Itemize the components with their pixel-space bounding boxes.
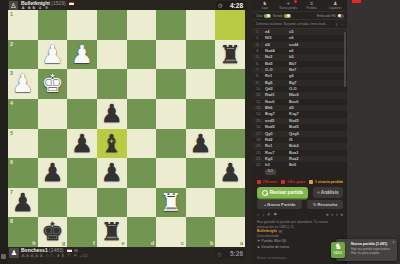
rank-label-5: 5 bbox=[10, 130, 13, 136]
bottom-player-clock: ◷ 5:26 bbox=[215, 249, 246, 259]
square-c5[interactable] bbox=[156, 129, 186, 159]
file-label-b: b bbox=[210, 240, 213, 246]
chat-toggle-label: Chat bbox=[256, 14, 263, 18]
square-d6[interactable] bbox=[127, 158, 157, 188]
clock-icon: ◷ bbox=[218, 1, 222, 10]
square-e2[interactable] bbox=[97, 40, 127, 70]
square-b1[interactable] bbox=[186, 10, 216, 40]
file-label-d: d bbox=[151, 240, 154, 246]
piece-black-pawn: ♟ bbox=[215, 158, 245, 188]
summary-badge-icon bbox=[309, 180, 313, 184]
square-e5[interactable]: ♝ bbox=[97, 129, 127, 159]
square-h1[interactable]: 1 bbox=[8, 10, 38, 40]
file-label-f: f bbox=[93, 240, 95, 246]
top-player-rating: (1519) bbox=[51, 0, 65, 6]
square-b5[interactable]: ♟ bbox=[186, 129, 216, 159]
chat-toggle-switch[interactable] bbox=[264, 14, 271, 18]
white-move[interactable]: h3 bbox=[265, 162, 289, 168]
last-move-button[interactable]: » bbox=[340, 212, 343, 217]
share-icons: ↕ ↓ ≡ ⚑ bbox=[257, 212, 277, 217]
rank-label-2: 2 bbox=[10, 41, 13, 47]
new-game-button[interactable]: +Nueva Partida bbox=[257, 200, 302, 209]
square-g4[interactable] bbox=[38, 99, 68, 129]
corner-settings-icon[interactable] bbox=[1, 254, 6, 259]
square-f1[interactable] bbox=[67, 10, 97, 40]
players-tab-label: Jugadores bbox=[324, 6, 348, 10]
square-a8[interactable]: a bbox=[215, 217, 245, 247]
square-a4[interactable] bbox=[215, 99, 245, 129]
chat-option-text: Desafiar de nuevo bbox=[262, 245, 290, 249]
game-summary-row: 2 Errores1 Err. grave1 victoria perdida bbox=[253, 178, 347, 185]
square-f7[interactable] bbox=[67, 188, 97, 218]
share-icon[interactable]: ≡ bbox=[268, 212, 271, 217]
tab-new-game[interactable]: + Nueva partida bbox=[277, 0, 301, 11]
piece-black-rook: ♜ bbox=[215, 40, 245, 70]
review-button-row: Revisar partida ≡Análisis bbox=[253, 185, 347, 198]
square-g8[interactable]: g♚ bbox=[38, 217, 68, 247]
material-advantage: +12 bbox=[80, 253, 88, 258]
piece-black-pawn: ♟ bbox=[97, 99, 127, 129]
focus-toggle-label: Enfocado HD bbox=[317, 14, 336, 18]
square-e8[interactable]: e♜ bbox=[97, 217, 127, 247]
square-g6[interactable]: ♟ bbox=[38, 158, 68, 188]
square-c2[interactable] bbox=[156, 40, 186, 70]
file-label-h: h bbox=[32, 240, 35, 246]
top-player-avatar[interactable]: ♙ bbox=[9, 1, 18, 10]
new-game-tab-label: Nueva partida bbox=[277, 6, 301, 10]
play-tab-label: Jugar bbox=[253, 6, 277, 10]
sidebar: ♞ Jugar + Nueva partida ≡ Partidas ♟ Jug… bbox=[253, 0, 347, 264]
bottom-player-badge-icon bbox=[74, 249, 78, 252]
toast-avatar-name: SASO bbox=[331, 252, 345, 255]
file-label-g: g bbox=[62, 240, 65, 246]
rematch-icon: ↻ bbox=[313, 202, 317, 207]
piece-white-pawn: ♟ bbox=[67, 40, 97, 70]
square-c6[interactable] bbox=[156, 158, 186, 188]
square-h5[interactable]: 5 bbox=[8, 129, 38, 159]
piece-black-pawn: ♟ bbox=[38, 158, 68, 188]
square-b4[interactable] bbox=[186, 99, 216, 129]
square-a6[interactable]: ♟ bbox=[215, 158, 245, 188]
toast-avatar[interactable]: ♞ SASO bbox=[331, 242, 345, 258]
piece-black-bishop: ♝ bbox=[97, 129, 127, 159]
game-review-button[interactable]: Revisar partida bbox=[257, 187, 308, 198]
download-icon[interactable]: ↓ bbox=[262, 212, 264, 217]
summary-item-0[interactable]: 2 Errores bbox=[257, 180, 277, 184]
file-label-c: c bbox=[181, 240, 184, 246]
square-c1[interactable] bbox=[156, 10, 186, 40]
game-review-label: Revisar partida bbox=[270, 190, 303, 195]
top-clock-time: 4:28 bbox=[230, 2, 243, 9]
move-navigation-row: ↕ ↓ ≡ ⚑ « ‹ › » bbox=[253, 211, 347, 218]
square-d3[interactable] bbox=[127, 69, 157, 99]
square-h3[interactable]: 3♟ bbox=[8, 69, 38, 99]
square-b7[interactable] bbox=[186, 188, 216, 218]
move-list: 1.e4c52.Nf3e63.d4cxd44.Nxd4a65.Nc3b56.Bd… bbox=[253, 29, 347, 176]
summary-label: 2 Errores bbox=[263, 180, 278, 184]
rematch-button[interactable]: ↻Revancha bbox=[307, 200, 343, 209]
square-a3[interactable] bbox=[215, 69, 245, 99]
piece-white-king: ♚ bbox=[38, 69, 68, 99]
top-player-flag-icon bbox=[69, 2, 74, 5]
square-g3[interactable]: ♚ bbox=[38, 69, 68, 99]
summary-badge-icon bbox=[257, 180, 261, 184]
square-e4[interactable]: ♟ bbox=[97, 99, 127, 129]
chat-option-icon: ♟ bbox=[257, 245, 260, 249]
analysis-icon: ≡ bbox=[317, 190, 320, 195]
square-d8[interactable]: d bbox=[127, 217, 157, 247]
games-tab-label: Partidas bbox=[300, 6, 324, 10]
piece-black-pawn: ♟ bbox=[67, 129, 97, 159]
square-h6[interactable]: 6 bbox=[8, 158, 38, 188]
sound-toggle-switch[interactable] bbox=[284, 14, 291, 18]
square-c7[interactable]: ♜ bbox=[156, 188, 186, 218]
opening-book-icon[interactable]: ≡ ↕ bbox=[336, 22, 344, 27]
board: 12♟♟♜3♟♚4♟5♟♝♟6♟♟♟7♟♜8hg♚fe♜dcba bbox=[8, 10, 245, 247]
rank-label-8: 8 bbox=[10, 218, 13, 224]
toast-title: Nueva partida (1.081) bbox=[351, 242, 387, 246]
knight-icon: ♞ bbox=[331, 242, 345, 252]
summary-item-1[interactable]: 1 Err. grave bbox=[281, 180, 305, 184]
square-d7[interactable] bbox=[127, 188, 157, 218]
chat-system-message: Desconectado bbox=[257, 234, 343, 239]
square-g5[interactable] bbox=[38, 129, 68, 159]
black-move[interactable]: Be5 bbox=[289, 162, 313, 168]
file-label-a: a bbox=[240, 240, 243, 246]
square-c4[interactable] bbox=[156, 99, 186, 129]
square-g1[interactable] bbox=[38, 10, 68, 40]
new-game-label: Nueva Partida bbox=[267, 202, 295, 207]
square-g7[interactable] bbox=[38, 188, 68, 218]
chat-option-icon: ⚑ bbox=[257, 239, 260, 243]
summary-item-2[interactable]: 1 victoria perdida bbox=[309, 180, 343, 184]
square-f3[interactable] bbox=[67, 69, 97, 99]
square-d2[interactable] bbox=[127, 40, 157, 70]
square-e1[interactable] bbox=[97, 10, 127, 40]
toast-close-icon[interactable]: × bbox=[392, 240, 395, 245]
square-d1[interactable] bbox=[127, 10, 157, 40]
sidebar-tabs: ♞ Jugar + Nueva partida ≡ Partidas ♟ Jug… bbox=[253, 0, 347, 12]
bottom-player-flag-icon bbox=[67, 249, 72, 252]
sound-toggle[interactable]: Sonido bbox=[273, 14, 291, 18]
opening-row: Defensa siciliana: Variante cerrada, lín… bbox=[253, 20, 347, 29]
opening-name[interactable]: Defensa siciliana: Variante cerrada, lín… bbox=[256, 22, 330, 26]
square-a2[interactable]: ♜ bbox=[215, 40, 245, 70]
square-c8[interactable]: c bbox=[156, 217, 186, 247]
square-f2[interactable]: ♟ bbox=[67, 40, 97, 70]
rank-label-3: 3 bbox=[10, 70, 13, 76]
notification-dot bbox=[294, 0, 297, 3]
settings-toggle-row: Chat Sonido Enfocado HD bbox=[253, 12, 347, 20]
chat-text: : gg bbox=[277, 229, 283, 233]
square-b2[interactable] bbox=[186, 40, 216, 70]
tab-players[interactable]: ♟ Jugadores bbox=[324, 0, 348, 11]
square-a1[interactable] bbox=[215, 10, 245, 40]
square-f6[interactable] bbox=[67, 158, 97, 188]
rematch-button-row: +Nueva Partida ↻Revancha bbox=[253, 198, 347, 209]
chat-input[interactable]: Enviar un mensaje... bbox=[257, 256, 288, 260]
summary-badge-icon bbox=[281, 180, 285, 184]
focus-toggle[interactable]: Enfocado HD bbox=[317, 14, 344, 18]
square-b3[interactable] bbox=[186, 69, 216, 99]
piece-white-rook: ♜ bbox=[156, 188, 186, 218]
square-b6[interactable] bbox=[186, 158, 216, 188]
tab-games[interactable]: ≡ Partidas bbox=[300, 0, 324, 11]
magnifier-icon bbox=[262, 190, 268, 196]
square-e7[interactable] bbox=[97, 188, 127, 218]
first-move-button[interactable]: « bbox=[326, 212, 329, 217]
challenge-toast[interactable]: Nueva partida (1.081) Hay una partida es… bbox=[336, 239, 397, 261]
square-c3[interactable] bbox=[156, 69, 186, 99]
toast-subtitle: Hay una partida esperándote. Haz clic pa… bbox=[351, 248, 393, 256]
left-edge-strip bbox=[0, 0, 8, 264]
square-f4[interactable] bbox=[67, 99, 97, 129]
square-a7[interactable] bbox=[215, 188, 245, 218]
tab-play[interactable]: ♞ Jugar bbox=[253, 0, 277, 11]
analysis-button[interactable]: ≡Análisis bbox=[313, 187, 343, 198]
piece-white-pawn: ♟ bbox=[38, 40, 68, 70]
plus-icon: + bbox=[264, 202, 266, 207]
game-result: 0-1 bbox=[265, 169, 276, 175]
square-a5[interactable] bbox=[215, 129, 245, 159]
top-player-bar: ♙ Bulletknight (1519) ♟ ♞♞ ♝ ♛ ◷ 4:28 bbox=[8, 0, 246, 10]
bottom-player-avatar[interactable]: ♟ bbox=[9, 248, 19, 258]
chat-username[interactable]: Bulletknight bbox=[257, 229, 277, 233]
square-d4[interactable] bbox=[127, 99, 157, 129]
clock-icon: ◷ bbox=[217, 249, 221, 259]
prev-move-button[interactable]: ‹ bbox=[331, 212, 333, 217]
square-h4[interactable]: 4 bbox=[8, 99, 38, 129]
square-f8[interactable]: f bbox=[67, 217, 97, 247]
square-h2[interactable]: 2 bbox=[8, 40, 38, 70]
square-d5[interactable] bbox=[127, 129, 157, 159]
chat-system-message: Has ganado la partida por abandono. Tu n… bbox=[257, 220, 343, 229]
piece-black-pawn: ♟ bbox=[97, 158, 127, 188]
square-b8[interactable]: b bbox=[186, 217, 216, 247]
rematch-label: Revancha bbox=[317, 202, 337, 207]
summary-label: 1 victoria perdida bbox=[315, 180, 343, 184]
sound-toggle-label: Sonido bbox=[273, 14, 283, 18]
captured-glyphs: ♙♙♙♙♙ ♘♘ ♗♗ ♖ ♕ bbox=[21, 253, 78, 258]
flip-board-icon[interactable]: ↕ bbox=[257, 212, 259, 217]
top-player-clock: ◷ 4:28 bbox=[216, 1, 246, 10]
chat-option-text: Partida: Blitz 5|0 bbox=[262, 239, 287, 243]
square-e3[interactable] bbox=[97, 69, 127, 99]
summary-label: 1 Err. grave bbox=[287, 180, 305, 184]
square-h7[interactable]: 7♟ bbox=[8, 188, 38, 218]
bottom-player-captured-pieces: ♙♙♙♙♙ ♘♘ ♗♗ ♖ ♕ +12 bbox=[21, 253, 88, 258]
rank-label-4: 4 bbox=[10, 100, 13, 106]
square-e6[interactable]: ♟ bbox=[97, 158, 127, 188]
flag-icon[interactable]: ⚑ bbox=[273, 212, 277, 217]
analysis-label: Análisis bbox=[321, 190, 339, 195]
bottom-clock-time: 5:26 bbox=[230, 250, 243, 257]
chat-toggle[interactable]: Chat bbox=[256, 14, 271, 18]
next-move-button[interactable]: › bbox=[336, 212, 338, 217]
bottom-player-bar: ♟ Bonchess1 (1483) ♙♙♙♙♙ ♘♘ ♗♗ ♖ ♕ +12 ◷… bbox=[8, 247, 246, 264]
rank-label-7: 7 bbox=[10, 189, 13, 195]
rank-label-6: 6 bbox=[10, 159, 13, 165]
nav-arrows: « ‹ › » bbox=[326, 212, 343, 217]
piece-black-pawn: ♟ bbox=[186, 129, 216, 159]
move-list-scrollbar[interactable] bbox=[344, 32, 346, 87]
square-h8[interactable]: 8h bbox=[8, 217, 38, 247]
focus-toggle-switch[interactable] bbox=[337, 14, 344, 18]
rank-label-1: 1 bbox=[10, 11, 13, 17]
square-g2[interactable]: ♟ bbox=[38, 40, 68, 70]
file-label-e: e bbox=[121, 240, 124, 246]
recording-indicator bbox=[352, 0, 361, 3]
square-f5[interactable]: ♟ bbox=[67, 129, 97, 159]
result-row: 0-1 bbox=[253, 169, 347, 175]
